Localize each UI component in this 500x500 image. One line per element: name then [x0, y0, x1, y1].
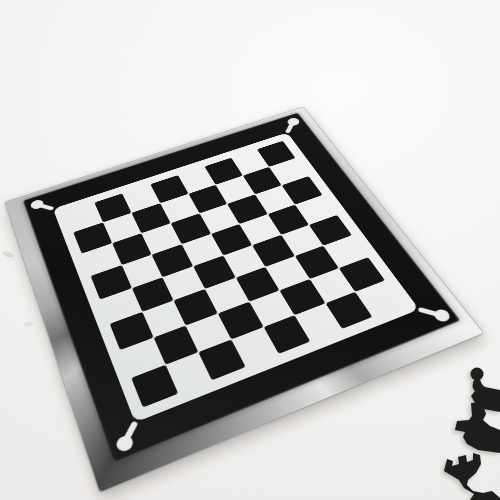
- board-wrapper: [0, 0, 500, 500]
- black-rook-piece: [444, 453, 500, 500]
- chess-board: [5, 107, 483, 492]
- off-board-pieces: [434, 352, 500, 500]
- pawn-head: [471, 368, 484, 381]
- photo-scene: [0, 0, 500, 500]
